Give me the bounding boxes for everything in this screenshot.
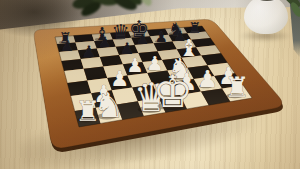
photo-scene: ♜♝♛♚♞♜♟♟♟♟♟♟♟♝♟♟♟♞♟♟♟♟♜♞♛♚♜ [0,0,300,169]
photo-vignette [0,0,300,169]
